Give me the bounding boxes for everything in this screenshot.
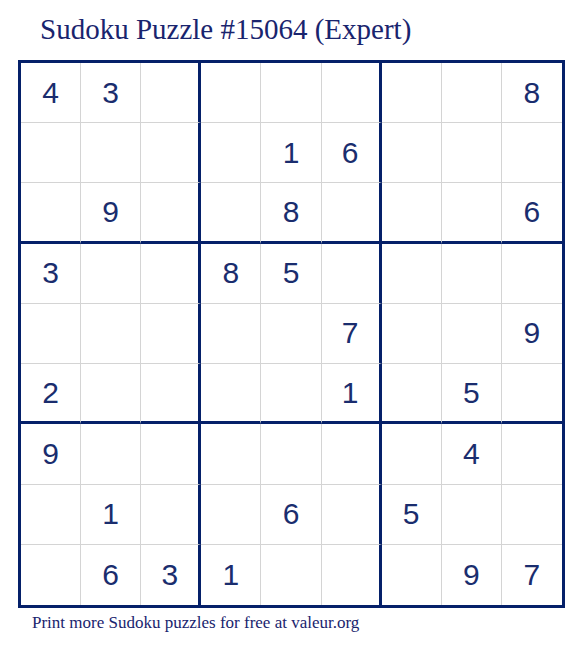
sudoku-cell-r6c5 xyxy=(261,364,321,424)
sudoku-cell-r2c8 xyxy=(442,123,502,183)
sudoku-cell-r9c6 xyxy=(322,545,382,605)
sudoku-cell-r4c6 xyxy=(322,244,382,304)
sudoku-cell-r1c1: 4 xyxy=(21,63,81,123)
sudoku-cell-r3c6 xyxy=(322,183,382,243)
sudoku-cell-r2c1 xyxy=(21,123,81,183)
sudoku-cell-r7c2 xyxy=(81,424,141,484)
sudoku-cell-r7c3 xyxy=(141,424,201,484)
sudoku-cell-r1c6 xyxy=(322,63,382,123)
sudoku-cell-r6c8: 5 xyxy=(442,364,502,424)
sudoku-cell-r2c5: 1 xyxy=(261,123,321,183)
sudoku-cell-r9c2: 6 xyxy=(81,545,141,605)
sudoku-cell-r8c5: 6 xyxy=(261,485,321,545)
sudoku-cell-r2c7 xyxy=(382,123,442,183)
sudoku-cell-r9c1 xyxy=(21,545,81,605)
sudoku-cell-r8c8 xyxy=(442,485,502,545)
sudoku-cell-r2c4 xyxy=(201,123,261,183)
sudoku-cell-r7c8: 4 xyxy=(442,424,502,484)
sudoku-cell-r4c1: 3 xyxy=(21,244,81,304)
sudoku-cell-r5c2 xyxy=(81,304,141,364)
sudoku-cell-r1c7 xyxy=(382,63,442,123)
sudoku-cell-r4c4: 8 xyxy=(201,244,261,304)
sudoku-cell-r8c9 xyxy=(502,485,562,545)
sudoku-cell-r1c5 xyxy=(261,63,321,123)
sudoku-cell-r4c2 xyxy=(81,244,141,304)
sudoku-cell-r2c2 xyxy=(81,123,141,183)
sudoku-cell-r1c4 xyxy=(201,63,261,123)
sudoku-cell-r9c9: 7 xyxy=(502,545,562,605)
sudoku-cell-r5c4 xyxy=(201,304,261,364)
sudoku-cell-r8c1 xyxy=(21,485,81,545)
sudoku-cell-r5c5 xyxy=(261,304,321,364)
sudoku-cell-r6c3 xyxy=(141,364,201,424)
sudoku-cell-r3c1 xyxy=(21,183,81,243)
sudoku-cell-r4c7 xyxy=(382,244,442,304)
sudoku-cell-r2c9 xyxy=(502,123,562,183)
sudoku-cell-r5c6: 7 xyxy=(322,304,382,364)
sudoku-board: 43816986385792159416563197 xyxy=(18,60,565,608)
sudoku-cell-r5c9: 9 xyxy=(502,304,562,364)
sudoku-cell-r6c2 xyxy=(81,364,141,424)
sudoku-cell-r9c5 xyxy=(261,545,321,605)
sudoku-cell-r7c9 xyxy=(502,424,562,484)
sudoku-cell-r7c6 xyxy=(322,424,382,484)
sudoku-cell-r4c5: 5 xyxy=(261,244,321,304)
sudoku-cell-r1c9: 8 xyxy=(502,63,562,123)
sudoku-cell-r9c7 xyxy=(382,545,442,605)
sudoku-cell-r3c3 xyxy=(141,183,201,243)
sudoku-cell-r8c2: 1 xyxy=(81,485,141,545)
sudoku-cell-r7c4 xyxy=(201,424,261,484)
sudoku-cell-r5c3 xyxy=(141,304,201,364)
footer-text: Print more Sudoku puzzles for free at va… xyxy=(32,613,359,633)
sudoku-cell-r7c7 xyxy=(382,424,442,484)
sudoku-cell-r4c8 xyxy=(442,244,502,304)
sudoku-cell-r3c2: 9 xyxy=(81,183,141,243)
sudoku-cell-r3c8 xyxy=(442,183,502,243)
sudoku-cell-r1c8 xyxy=(442,63,502,123)
sudoku-cell-r4c3 xyxy=(141,244,201,304)
sudoku-cell-r3c4 xyxy=(201,183,261,243)
sudoku-cell-r5c1 xyxy=(21,304,81,364)
sudoku-cell-r8c4 xyxy=(201,485,261,545)
sudoku-cell-r1c2: 3 xyxy=(81,63,141,123)
sudoku-cell-r4c9 xyxy=(502,244,562,304)
sudoku-cell-r9c4: 1 xyxy=(201,545,261,605)
sudoku-cell-r6c1: 2 xyxy=(21,364,81,424)
sudoku-cell-r8c6 xyxy=(322,485,382,545)
sudoku-page: Sudoku Puzzle #15064 (Expert) 4381698638… xyxy=(0,0,580,651)
sudoku-cell-r2c3 xyxy=(141,123,201,183)
sudoku-cell-r1c3 xyxy=(141,63,201,123)
sudoku-cell-r9c3: 3 xyxy=(141,545,201,605)
sudoku-cell-r9c8: 9 xyxy=(442,545,502,605)
sudoku-cell-r6c7 xyxy=(382,364,442,424)
sudoku-cell-r8c3 xyxy=(141,485,201,545)
page-title: Sudoku Puzzle #15064 (Expert) xyxy=(40,13,411,46)
sudoku-cell-r6c4 xyxy=(201,364,261,424)
sudoku-cell-r6c6: 1 xyxy=(322,364,382,424)
sudoku-cell-r6c9 xyxy=(502,364,562,424)
sudoku-cell-r7c5 xyxy=(261,424,321,484)
sudoku-cell-r3c7 xyxy=(382,183,442,243)
sudoku-cell-r2c6: 6 xyxy=(322,123,382,183)
sudoku-cell-r5c8 xyxy=(442,304,502,364)
sudoku-cell-r8c7: 5 xyxy=(382,485,442,545)
sudoku-cell-r3c5: 8 xyxy=(261,183,321,243)
sudoku-cell-r5c7 xyxy=(382,304,442,364)
sudoku-cell-r7c1: 9 xyxy=(21,424,81,484)
sudoku-cell-r3c9: 6 xyxy=(502,183,562,243)
